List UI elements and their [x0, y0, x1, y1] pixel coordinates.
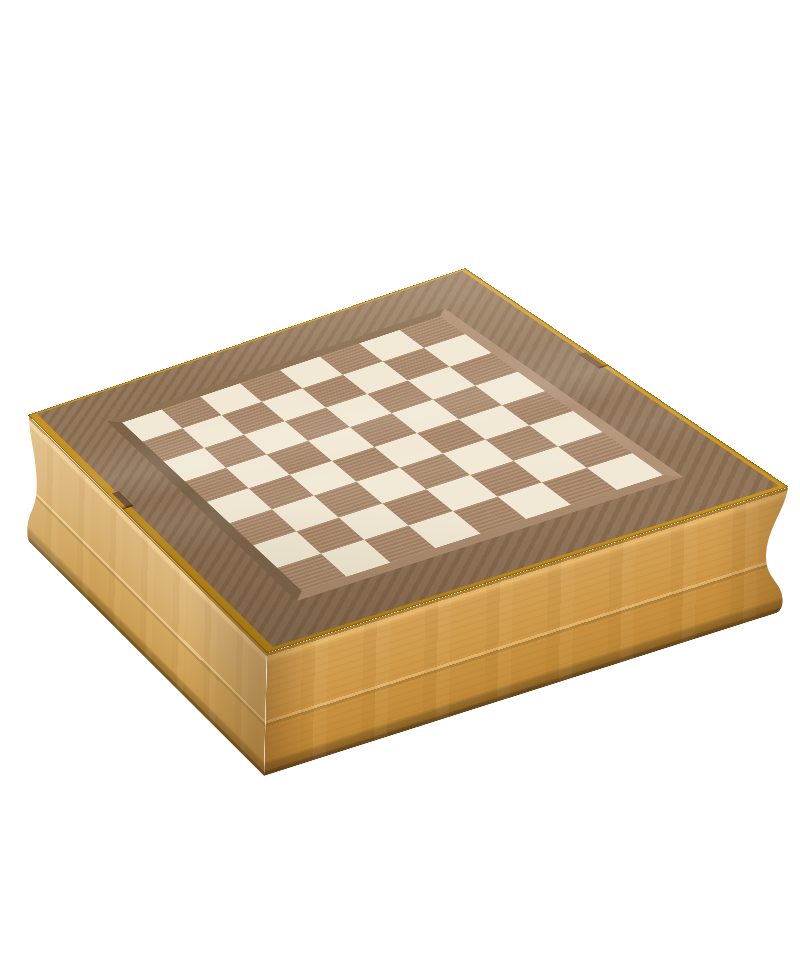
chess-box-product-photo — [0, 0, 800, 977]
